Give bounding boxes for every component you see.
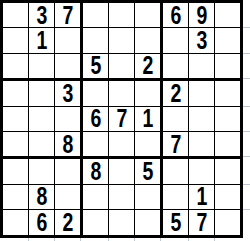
- gridline-tick: [134, 238, 135, 241]
- cell-r8c4[interactable]: [83, 185, 108, 209]
- cell-r7c3[interactable]: [55, 159, 80, 183]
- cell-r6c9[interactable]: [215, 132, 240, 156]
- sudoku-page: 37691352326718785816257: [0, 0, 250, 241]
- given-digit: 2: [170, 81, 181, 105]
- cell-r6c1[interactable]: [3, 132, 28, 156]
- cell-r4c2[interactable]: [29, 81, 54, 105]
- gridline-tick: [243, 131, 250, 132]
- cell-r1c8: 9: [189, 3, 214, 27]
- gridline-tick: [108, 238, 109, 241]
- cell-r2c4[interactable]: [83, 28, 108, 52]
- gridline-tick: [214, 238, 215, 241]
- cell-r9c8: 7: [189, 210, 214, 234]
- cell-r4c5[interactable]: [109, 81, 134, 105]
- cell-r1c2: 3: [29, 3, 54, 27]
- cell-r6c6[interactable]: [135, 132, 160, 156]
- gridline-tick: [54, 238, 55, 241]
- cell-r1c7: 6: [163, 3, 188, 27]
- cell-r5c7[interactable]: [163, 107, 188, 131]
- cell-r3c7[interactable]: [163, 54, 188, 78]
- given-digit: 3: [62, 81, 73, 105]
- gridline-tick: [243, 209, 250, 210]
- cell-r4c3: 3: [55, 81, 80, 105]
- given-digit: 1: [36, 28, 47, 52]
- gridline-tick: [80, 238, 81, 241]
- cell-r5c2[interactable]: [29, 107, 54, 131]
- cell-r5c1[interactable]: [3, 107, 28, 131]
- given-digit: 8: [90, 159, 101, 183]
- cell-r4c6[interactable]: [135, 81, 160, 105]
- gridline-tick: [188, 238, 189, 241]
- cell-r2c5[interactable]: [109, 28, 134, 52]
- cell-r1c4[interactable]: [83, 3, 108, 27]
- cell-r5c4: 6: [83, 107, 108, 131]
- cell-r4c4[interactable]: [83, 81, 108, 105]
- given-digit: 8: [62, 132, 73, 156]
- cell-r3c4: 5: [83, 54, 108, 78]
- cell-r3c6: 2: [135, 54, 160, 78]
- cell-r2c6[interactable]: [135, 28, 160, 52]
- cell-r7c9[interactable]: [215, 159, 240, 183]
- cell-r9c7: 5: [163, 210, 188, 234]
- gridline-tick: [243, 106, 250, 107]
- cell-r6c8[interactable]: [189, 132, 214, 156]
- given-digit: 7: [116, 107, 127, 131]
- cell-r2c2: 1: [29, 28, 54, 52]
- cell-r6c3: 8: [55, 132, 80, 156]
- cell-r6c2[interactable]: [29, 132, 54, 156]
- cell-r8c5[interactable]: [109, 185, 134, 209]
- cell-r4c9[interactable]: [215, 81, 240, 105]
- gridline-tick: [160, 238, 161, 241]
- cell-r7c8[interactable]: [189, 159, 214, 183]
- cell-r5c9[interactable]: [215, 107, 240, 131]
- sudoku-board: 37691352326718785816257: [0, 0, 243, 238]
- given-digit: 1: [196, 185, 207, 209]
- cell-r8c7[interactable]: [163, 185, 188, 209]
- cell-r9c2: 6: [29, 210, 54, 234]
- given-digit: 7: [196, 210, 207, 234]
- given-digit: 6: [36, 210, 47, 234]
- given-digit: 5: [142, 159, 153, 183]
- cell-r2c3[interactable]: [55, 28, 80, 52]
- cell-r9c1[interactable]: [3, 210, 28, 234]
- cell-r6c4[interactable]: [83, 132, 108, 156]
- cell-r8c2: 8: [29, 185, 54, 209]
- given-digit: 2: [142, 54, 153, 78]
- cell-r8c3[interactable]: [55, 185, 80, 209]
- cell-r9c4[interactable]: [83, 210, 108, 234]
- gridline-tick: [243, 53, 250, 54]
- given-digit: 3: [196, 28, 207, 52]
- gridline-tick: [243, 184, 250, 185]
- given-digit: 8: [36, 185, 47, 209]
- cell-r2c8: 3: [189, 28, 214, 52]
- cell-r7c5[interactable]: [109, 159, 134, 183]
- cell-r9c9[interactable]: [215, 210, 240, 234]
- cell-r1c1[interactable]: [3, 3, 28, 27]
- cell-r8c6[interactable]: [135, 185, 160, 209]
- given-digit: 7: [62, 3, 73, 27]
- cell-r4c8[interactable]: [189, 81, 214, 105]
- cell-r9c6[interactable]: [135, 210, 160, 234]
- cell-r1c6[interactable]: [135, 3, 160, 27]
- cell-r1c5[interactable]: [109, 3, 134, 27]
- cell-r7c7[interactable]: [163, 159, 188, 183]
- cell-r2c1[interactable]: [3, 28, 28, 52]
- cell-r7c1[interactable]: [3, 159, 28, 183]
- cell-r5c8[interactable]: [189, 107, 214, 131]
- cell-r3c2[interactable]: [29, 54, 54, 78]
- cell-r3c5[interactable]: [109, 54, 134, 78]
- cell-r1c3: 7: [55, 3, 80, 27]
- gridline-tick: [243, 27, 250, 28]
- given-digit: 5: [170, 210, 181, 234]
- cell-r9c5[interactable]: [109, 210, 134, 234]
- cell-r1c9[interactable]: [215, 3, 240, 27]
- cell-r2c7[interactable]: [163, 28, 188, 52]
- cell-r5c6: 1: [135, 107, 160, 131]
- cell-r5c5: 7: [109, 107, 134, 131]
- cell-r8c1[interactable]: [3, 185, 28, 209]
- given-digit: 7: [170, 132, 181, 156]
- given-digit: 1: [142, 107, 153, 131]
- cell-r9c3: 2: [55, 210, 80, 234]
- given-digit: 9: [196, 3, 207, 27]
- cell-r8c9[interactable]: [215, 185, 240, 209]
- cell-r4c7: 2: [163, 81, 188, 105]
- gridline-tick: [243, 78, 250, 79]
- cell-r3c3[interactable]: [55, 54, 80, 78]
- cell-r5c3[interactable]: [55, 107, 80, 131]
- given-digit: 5: [90, 54, 101, 78]
- cell-r8c8: 1: [189, 185, 214, 209]
- cell-r7c4: 8: [83, 159, 108, 183]
- cell-r3c1[interactable]: [3, 54, 28, 78]
- given-digit: 6: [90, 107, 101, 131]
- cell-r3c8[interactable]: [189, 54, 214, 78]
- cell-r3c9[interactable]: [215, 54, 240, 78]
- cell-r6c5[interactable]: [109, 132, 134, 156]
- given-digit: 2: [62, 210, 73, 234]
- cell-r2c9[interactable]: [215, 28, 240, 52]
- cell-r6c7: 7: [163, 132, 188, 156]
- given-digit: 6: [170, 3, 181, 27]
- gridline-tick: [28, 238, 29, 241]
- cell-r4c1[interactable]: [3, 81, 28, 105]
- cell-r7c6: 5: [135, 159, 160, 183]
- gridline-tick: [243, 156, 250, 157]
- cell-r7c2[interactable]: [29, 159, 54, 183]
- given-digit: 3: [36, 3, 47, 27]
